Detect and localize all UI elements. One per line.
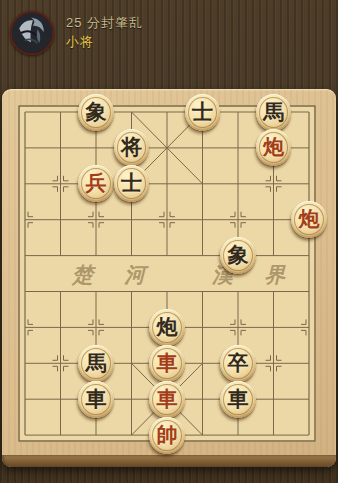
piece-black-将[interactable]: 将 (114, 129, 150, 166)
piece-glyph: 馬 (78, 345, 114, 382)
game-screen: 25 分封肇乱 小将 楚 河 漢 界 象士馬将炮兵士炮象炮馬車卒車車車帥 (0, 0, 338, 483)
piece-red-兵[interactable]: 兵 (78, 165, 114, 202)
player-rank-badge: 小将 (66, 33, 94, 51)
piece-glyph: 士 (114, 165, 150, 202)
piece-glyph: 車 (149, 345, 185, 382)
piece-glyph: 車 (220, 381, 256, 418)
piece-glyph: 士 (185, 94, 221, 131)
piece-glyph: 炮 (256, 129, 292, 166)
piece-glyph: 象 (220, 237, 256, 274)
pieces-layer: 象士馬将炮兵士炮象炮馬車卒車車車帥 (7, 94, 327, 453)
player-name: 25 分封肇乱 (66, 14, 143, 32)
piece-black-士[interactable]: 士 (185, 94, 221, 131)
piece-red-帥[interactable]: 帥 (149, 417, 185, 454)
piece-glyph: 帥 (149, 417, 185, 454)
piece-glyph: 炮 (291, 201, 327, 238)
piece-black-馬[interactable]: 馬 (256, 94, 292, 131)
piece-glyph: 象 (78, 94, 114, 131)
piece-glyph: 車 (78, 381, 114, 418)
piece-black-象[interactable]: 象 (78, 94, 114, 131)
piece-red-炮[interactable]: 炮 (256, 129, 292, 166)
piece-glyph: 馬 (256, 94, 292, 131)
piece-red-車[interactable]: 車 (149, 345, 185, 382)
piece-black-士[interactable]: 士 (114, 165, 150, 202)
piece-glyph: 車 (149, 381, 185, 418)
player-avatar[interactable] (10, 11, 54, 55)
piece-glyph: 兵 (78, 165, 114, 202)
piece-glyph: 炮 (149, 309, 185, 346)
piece-glyph: 将 (114, 129, 150, 166)
piece-black-炮[interactable]: 炮 (149, 309, 185, 346)
player-header: 25 分封肇乱 小将 (0, 0, 338, 70)
warrior-portrait-icon (12, 13, 52, 53)
piece-black-卒[interactable]: 卒 (220, 345, 256, 382)
piece-black-馬[interactable]: 馬 (78, 345, 114, 382)
piece-red-車[interactable]: 車 (149, 381, 185, 418)
piece-glyph: 卒 (220, 345, 256, 382)
piece-black-車[interactable]: 車 (220, 381, 256, 418)
piece-black-象[interactable]: 象 (220, 237, 256, 274)
piece-black-車[interactable]: 車 (78, 381, 114, 418)
xiangqi-board[interactable]: 楚 河 漢 界 象士馬将炮兵士炮象炮馬車卒車車車帥 (2, 89, 336, 467)
piece-red-炮[interactable]: 炮 (291, 201, 327, 238)
